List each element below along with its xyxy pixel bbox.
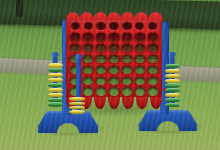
board-cell-r4c6[interactable] — [134, 64, 147, 75]
board-hole — [148, 55, 158, 63]
post-cap — [169, 52, 176, 57]
board-cell-r4c5[interactable] — [121, 64, 134, 75]
board-cell-r5c4[interactable] — [107, 75, 120, 86]
tree-trunk — [16, 0, 23, 17]
board-hole — [96, 87, 106, 95]
front-left-disc-stack[interactable] — [69, 97, 85, 114]
board-cell-r6c4[interactable] — [107, 86, 120, 97]
board-cell-r1c3[interactable] — [94, 32, 107, 43]
yellow-disc-4[interactable] — [165, 79, 180, 83]
left-foot-arch — [57, 123, 79, 134]
board-cell-r6c2[interactable] — [81, 86, 94, 97]
green-disc-5[interactable] — [165, 83, 180, 87]
board-hole — [83, 66, 93, 74]
board-cell-r2c3[interactable] — [94, 43, 107, 54]
board-cell-r5c7[interactable] — [147, 75, 160, 86]
green-disc-6[interactable] — [165, 88, 180, 92]
scallop-bump — [94, 96, 106, 109]
board-hole — [109, 77, 119, 85]
scallop-bump — [136, 96, 148, 109]
board-hole — [83, 87, 93, 95]
board-hole — [135, 87, 145, 95]
green-disc-9[interactable] — [165, 103, 180, 107]
board-hole — [109, 87, 119, 95]
board-cell-r5c2[interactable] — [81, 75, 94, 86]
green-disc-8[interactable] — [165, 98, 180, 102]
garden-scene — [0, 0, 220, 150]
board-cell-r5c3[interactable] — [94, 75, 107, 86]
board-hole — [122, 55, 132, 63]
board-cell-r4c7[interactable] — [147, 64, 160, 75]
column-slot-6[interactable] — [135, 22, 145, 31]
yellow-disc-4[interactable] — [69, 110, 85, 114]
board-hole — [122, 87, 132, 95]
right-foot-arch — [157, 121, 179, 132]
green-disc-9[interactable] — [48, 102, 63, 106]
board-cell-r2c1[interactable] — [68, 43, 81, 54]
board-hole — [96, 66, 106, 74]
board-hole — [109, 55, 119, 63]
yellow-disc-2[interactable] — [69, 102, 85, 106]
board-cell-r3c6[interactable] — [134, 54, 147, 65]
scallop-bump — [108, 96, 120, 109]
board-hole — [135, 77, 145, 85]
board-hole — [96, 55, 106, 63]
board-hole — [135, 55, 145, 63]
board-hole — [109, 33, 119, 41]
board-hole — [148, 44, 158, 52]
board-cell-r2c7[interactable] — [147, 43, 160, 54]
board-hole — [96, 77, 106, 85]
board-cell-r1c5[interactable] — [121, 32, 134, 43]
right-disc-stack[interactable] — [165, 64, 180, 107]
drop-slots-row — [66, 20, 162, 32]
board-cell-r3c4[interactable] — [107, 54, 120, 65]
column-slot-5[interactable] — [122, 22, 132, 31]
green-disc-8[interactable] — [48, 98, 63, 102]
yellow-disc-3[interactable] — [69, 106, 85, 110]
green-disc-2[interactable] — [48, 68, 63, 72]
board-cell-r3c5[interactable] — [121, 54, 134, 65]
board-hole — [148, 87, 158, 95]
board-hole — [83, 33, 93, 41]
scallop-bump — [150, 96, 162, 109]
board-hole — [122, 66, 132, 74]
board-cell-r1c4[interactable] — [107, 32, 120, 43]
yellow-disc-1[interactable] — [69, 97, 85, 101]
column-slot-7[interactable] — [148, 22, 158, 31]
board-hole — [122, 33, 132, 41]
yellow-disc-1[interactable] — [48, 63, 63, 67]
board-cell-r2c2[interactable] — [81, 43, 94, 54]
board-hole — [70, 33, 80, 41]
board-hole — [135, 33, 145, 41]
board-hole — [96, 44, 106, 52]
board-cell-r1c7[interactable] — [147, 32, 160, 43]
yellow-disc-3[interactable] — [165, 74, 180, 78]
board-cell-r5c6[interactable] — [134, 75, 147, 86]
board-cell-r6c7[interactable] — [147, 86, 160, 97]
green-disc-5[interactable] — [48, 83, 63, 87]
board-hole — [83, 55, 93, 63]
board-hole — [148, 33, 158, 41]
column-slot-4[interactable] — [109, 22, 119, 31]
yellow-disc-7[interactable] — [48, 93, 63, 97]
yellow-disc-6[interactable] — [48, 88, 63, 92]
board-cell-r2c6[interactable] — [134, 43, 147, 54]
scallop-bump — [122, 96, 134, 109]
board-hole — [96, 33, 106, 41]
yellow-disc-4[interactable] — [48, 78, 63, 82]
board-hole — [83, 77, 93, 85]
board-hole — [83, 44, 93, 52]
board-cell-r1c1[interactable] — [68, 32, 81, 43]
board-cell-r5c5[interactable] — [121, 75, 134, 86]
board-cell-r3c3[interactable] — [94, 54, 107, 65]
board-hole — [109, 44, 119, 52]
board-cell-r4c3[interactable] — [94, 64, 107, 75]
green-disc-1[interactable] — [165, 64, 180, 68]
board-cell-r2c4[interactable] — [107, 43, 120, 54]
post-cap — [52, 52, 59, 57]
board-hole — [148, 77, 158, 85]
post-cap — [75, 54, 83, 59]
board-cell-r3c2[interactable] — [81, 54, 94, 65]
column-slot-3[interactable] — [96, 22, 106, 31]
board-cell-r4c4[interactable] — [107, 64, 120, 75]
board-hole — [122, 44, 132, 52]
board-hole — [109, 66, 119, 74]
board-cell-r3c7[interactable] — [147, 54, 160, 65]
yellow-disc-2[interactable] — [165, 69, 180, 73]
board-cell-r1c2[interactable] — [81, 32, 94, 43]
board-hole — [70, 44, 80, 52]
board-cell-r4c2[interactable] — [81, 64, 94, 75]
board-hole — [135, 44, 145, 52]
column-slot-2[interactable] — [84, 22, 94, 31]
left-disc-stack[interactable] — [48, 63, 63, 107]
board-cell-r6c3[interactable] — [94, 86, 107, 97]
yellow-disc-7[interactable] — [165, 93, 180, 97]
column-slot-1[interactable] — [71, 22, 81, 31]
board-cell-r6c5[interactable] — [121, 86, 134, 97]
board-hole — [148, 66, 158, 74]
board-cell-r1c6[interactable] — [134, 32, 147, 43]
board-hole — [135, 66, 145, 74]
board-hole — [122, 77, 132, 85]
board-cell-r6c6[interactable] — [134, 86, 147, 97]
yellow-disc-3[interactable] — [48, 73, 63, 77]
board-cell-r2c5[interactable] — [121, 43, 134, 54]
